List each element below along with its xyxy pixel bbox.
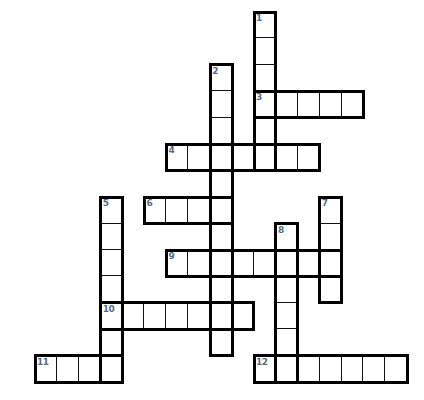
grid-cell-r9c10[interactable] <box>254 250 276 276</box>
grid-cell-r11c5[interactable] <box>145 303 167 329</box>
grid-cell-r13c3[interactable] <box>101 356 123 382</box>
grid-cell-r3c8[interactable] <box>210 91 232 117</box>
grid-cell-r9c6[interactable] <box>166 250 188 276</box>
grid-cell-r9c13[interactable] <box>320 250 342 276</box>
grid-cell-r11c6[interactable] <box>166 303 188 329</box>
page: 123456789101112 <box>0 0 424 400</box>
grid-cell-r3c14[interactable] <box>342 91 364 117</box>
grid-cell-r7c5[interactable] <box>145 197 167 223</box>
grid-cell-r9c8[interactable] <box>210 250 232 276</box>
grid-cell-r13c10[interactable] <box>254 356 276 382</box>
grid-cell-r7c7[interactable] <box>188 197 210 223</box>
grid-cell-r5c11[interactable] <box>276 144 298 170</box>
grid-cell-r7c6[interactable] <box>166 197 188 223</box>
grid-cell-r3c10[interactable] <box>254 91 276 117</box>
grid-cell-r13c11[interactable] <box>276 356 298 382</box>
grid-cell-r5c9[interactable] <box>232 144 254 170</box>
grid-cell-r11c7[interactable] <box>188 303 210 329</box>
grid-cell-r9c7[interactable] <box>188 250 210 276</box>
grid-cell-r5c8[interactable] <box>210 144 232 170</box>
grid-cell-r8c3[interactable] <box>101 224 123 250</box>
grid-cell-r9c12[interactable] <box>298 250 320 276</box>
grid-cell-r8c13[interactable] <box>320 224 342 250</box>
grid-cell-r7c8[interactable] <box>210 197 232 223</box>
grid-cell-r5c6[interactable] <box>166 144 188 170</box>
grid-cell-r11c4[interactable] <box>123 303 145 329</box>
grid-cell-r0c10[interactable] <box>254 12 276 38</box>
grid-cell-r13c14[interactable] <box>342 356 364 382</box>
grid-cell-r11c3[interactable] <box>101 303 123 329</box>
grid-cell-r4c8[interactable] <box>210 118 232 144</box>
grid-cell-r10c8[interactable] <box>210 277 232 303</box>
grid-cell-r4c10[interactable] <box>254 118 276 144</box>
grid-cell-r9c9[interactable] <box>232 250 254 276</box>
grid-cell-r6c8[interactable] <box>210 171 232 197</box>
grid-cell-r11c9[interactable] <box>232 303 254 329</box>
grid-cell-r11c11[interactable] <box>276 303 298 329</box>
grid-cell-r13c1[interactable] <box>57 356 79 382</box>
grid-cell-r12c11[interactable] <box>276 329 298 355</box>
grid-cell-r3c12[interactable] <box>298 91 320 117</box>
grid-cell-r1c10[interactable] <box>254 38 276 64</box>
grid-cell-r2c10[interactable] <box>254 65 276 91</box>
grid-cell-r10c11[interactable] <box>276 277 298 303</box>
grid-cell-r11c8[interactable] <box>210 303 232 329</box>
grid-cell-r8c11[interactable] <box>276 224 298 250</box>
grid-cell-r9c11[interactable] <box>276 250 298 276</box>
grid-cell-r5c10[interactable] <box>254 144 276 170</box>
grid-cell-r3c11[interactable] <box>276 91 298 117</box>
grid-cell-r5c12[interactable] <box>298 144 320 170</box>
grid-cell-r13c0[interactable] <box>35 356 57 382</box>
grid-cell-r13c13[interactable] <box>320 356 342 382</box>
grid-cell-r8c8[interactable] <box>210 224 232 250</box>
grid-cell-r13c16[interactable] <box>385 356 407 382</box>
grid-cell-r13c12[interactable] <box>298 356 320 382</box>
grid-cell-r13c2[interactable] <box>79 356 101 382</box>
grid-cell-r10c13[interactable] <box>320 277 342 303</box>
grid-cell-r2c8[interactable] <box>210 65 232 91</box>
grid-cell-r10c3[interactable] <box>101 277 123 303</box>
grid-cell-r13c15[interactable] <box>364 356 386 382</box>
grid-cell-r5c7[interactable] <box>188 144 210 170</box>
grid-cell-r9c3[interactable] <box>101 250 123 276</box>
grid-cell-r7c3[interactable] <box>101 197 123 223</box>
grid-cell-r12c3[interactable] <box>101 329 123 355</box>
crossword-board: 123456789101112 <box>0 0 424 400</box>
grid-cell-r12c8[interactable] <box>210 329 232 355</box>
grid-cell-r3c13[interactable] <box>320 91 342 117</box>
grid-cell-r7c13[interactable] <box>320 197 342 223</box>
